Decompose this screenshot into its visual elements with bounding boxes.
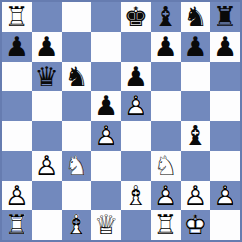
square-h6[interactable] (210, 62, 240, 92)
white-pawn: ♟♙ (151, 181, 181, 211)
square-h8[interactable]: ♜ (210, 2, 240, 32)
black-bishop: ♝ (181, 121, 211, 151)
white-knight: ♞♘ (62, 151, 92, 181)
square-a7[interactable]: ♟ (2, 32, 32, 62)
square-a4[interactable] (2, 121, 32, 151)
white-bishop: ♝♗ (62, 210, 92, 240)
square-b7[interactable]: ♟ (32, 32, 62, 62)
square-c5[interactable] (62, 91, 92, 121)
square-b5[interactable] (32, 91, 62, 121)
square-b6[interactable]: ♛ (32, 62, 62, 92)
black-pawn: ♟ (181, 32, 211, 62)
white-knight: ♞♘ (151, 151, 181, 181)
white-pawn: ♟♙ (121, 91, 151, 121)
square-d6[interactable] (91, 62, 121, 92)
square-b8[interactable] (32, 2, 62, 32)
square-a5[interactable] (2, 91, 32, 121)
square-a6[interactable] (2, 62, 32, 92)
square-c1[interactable]: ♝♗ (62, 210, 92, 240)
square-b4[interactable] (32, 121, 62, 151)
black-rook: ♜ (210, 2, 240, 32)
white-pawn: ♟♙ (2, 181, 32, 211)
black-queen: ♛ (32, 62, 62, 92)
square-g6[interactable] (181, 62, 211, 92)
square-g3[interactable] (181, 151, 211, 181)
square-f8[interactable]: ♝ (151, 2, 181, 32)
white-bishop: ♝♗ (121, 181, 151, 211)
square-c3[interactable]: ♞♘ (62, 151, 92, 181)
chess-board-frame: ♜♖♚♝♞♜♟♟♟♟♟♛♞♟♟♟♙♟♙♝♟♙♞♘♞♘♟♙♝♗♟♙♟♙♟♙♜♖♝♗… (0, 0, 242, 242)
square-c2[interactable] (62, 181, 92, 211)
square-h1[interactable] (210, 210, 240, 240)
square-h7[interactable]: ♟ (210, 32, 240, 62)
square-b3[interactable]: ♟♙ (32, 151, 62, 181)
square-f5[interactable] (151, 91, 181, 121)
square-g5[interactable] (181, 91, 211, 121)
square-f7[interactable]: ♟ (151, 32, 181, 62)
black-knight: ♞ (62, 62, 92, 92)
square-e2[interactable]: ♝♗ (121, 181, 151, 211)
white-rook: ♜♖ (151, 210, 181, 240)
white-pawn: ♟♙ (210, 181, 240, 211)
black-bishop: ♝ (151, 2, 181, 32)
square-a2[interactable]: ♟♙ (2, 181, 32, 211)
white-queen: ♛♕ (91, 210, 121, 240)
square-g4[interactable]: ♝ (181, 121, 211, 151)
square-e6[interactable]: ♟ (121, 62, 151, 92)
black-knight: ♞ (181, 2, 211, 32)
square-d5[interactable]: ♟ (91, 91, 121, 121)
square-d1[interactable]: ♛♕ (91, 210, 121, 240)
black-king: ♚ (121, 2, 151, 32)
square-f6[interactable] (151, 62, 181, 92)
square-b2[interactable] (32, 181, 62, 211)
square-e4[interactable] (121, 121, 151, 151)
square-e5[interactable]: ♟♙ (121, 91, 151, 121)
square-a8[interactable]: ♜♖ (2, 2, 32, 32)
white-rook: ♜♖ (2, 210, 32, 240)
square-c7[interactable] (62, 32, 92, 62)
square-h5[interactable] (210, 91, 240, 121)
square-h3[interactable] (210, 151, 240, 181)
black-pawn: ♟ (151, 32, 181, 62)
square-h4[interactable] (210, 121, 240, 151)
square-e7[interactable] (121, 32, 151, 62)
square-c4[interactable] (62, 121, 92, 151)
square-f3[interactable]: ♞♘ (151, 151, 181, 181)
square-b1[interactable] (32, 210, 62, 240)
square-f2[interactable]: ♟♙ (151, 181, 181, 211)
square-d4[interactable]: ♟♙ (91, 121, 121, 151)
square-e8[interactable]: ♚ (121, 2, 151, 32)
square-d7[interactable] (91, 32, 121, 62)
square-d8[interactable] (91, 2, 121, 32)
square-d3[interactable] (91, 151, 121, 181)
black-pawn: ♟ (91, 91, 121, 121)
white-king: ♚♔ (181, 210, 211, 240)
square-f1[interactable]: ♜♖ (151, 210, 181, 240)
square-e3[interactable] (121, 151, 151, 181)
square-a3[interactable] (2, 151, 32, 181)
black-pawn: ♟ (121, 62, 151, 92)
white-rook: ♜♖ (2, 2, 32, 32)
square-h2[interactable]: ♟♙ (210, 181, 240, 211)
square-e1[interactable] (121, 210, 151, 240)
square-a1[interactable]: ♜♖ (2, 210, 32, 240)
square-c8[interactable] (62, 2, 92, 32)
square-d2[interactable] (91, 181, 121, 211)
square-g2[interactable]: ♟♙ (181, 181, 211, 211)
black-pawn: ♟ (210, 32, 240, 62)
black-pawn: ♟ (2, 32, 32, 62)
white-pawn: ♟♙ (32, 151, 62, 181)
white-pawn: ♟♙ (91, 121, 121, 151)
square-g8[interactable]: ♞ (181, 2, 211, 32)
square-f4[interactable] (151, 121, 181, 151)
chess-board: ♜♖♚♝♞♜♟♟♟♟♟♛♞♟♟♟♙♟♙♝♟♙♞♘♞♘♟♙♝♗♟♙♟♙♟♙♜♖♝♗… (2, 2, 240, 240)
square-g7[interactable]: ♟ (181, 32, 211, 62)
square-c6[interactable]: ♞ (62, 62, 92, 92)
square-g1[interactable]: ♚♔ (181, 210, 211, 240)
white-pawn: ♟♙ (181, 181, 211, 211)
black-pawn: ♟ (32, 32, 62, 62)
